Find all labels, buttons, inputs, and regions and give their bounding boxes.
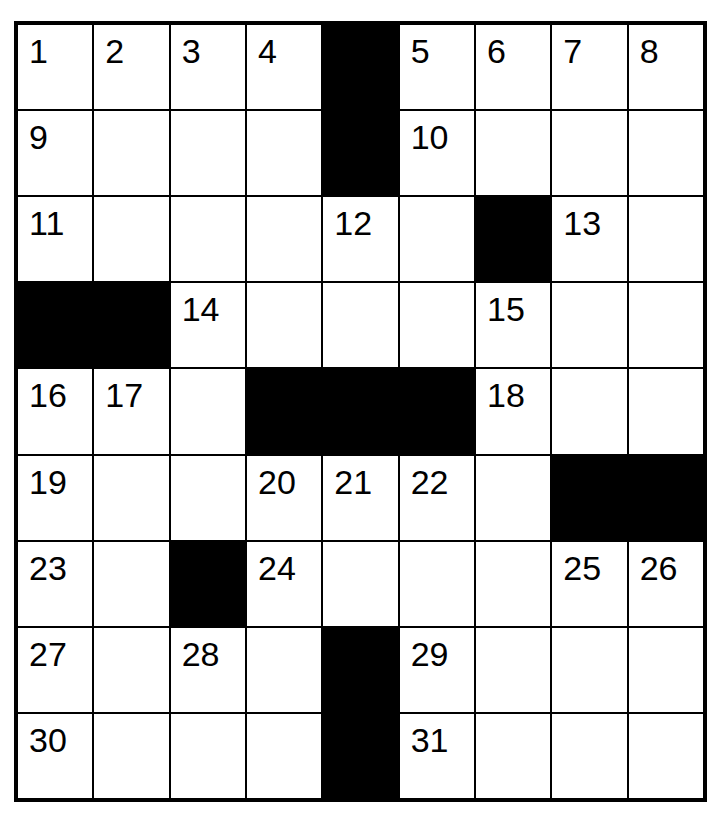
cell-r7c6[interactable] (399, 541, 475, 627)
cell-r4c9[interactable] (628, 282, 704, 368)
cell-r6c2[interactable] (93, 455, 169, 541)
cell-r8c6[interactable]: 29 (399, 627, 475, 713)
cell-r7c7[interactable] (475, 541, 551, 627)
clue-number-14: 14 (182, 292, 220, 326)
clue-number-6: 6 (487, 34, 506, 68)
cell-r9c6[interactable]: 31 (399, 713, 475, 799)
cell-r3c9[interactable] (628, 196, 704, 282)
cell-r2c3[interactable] (170, 110, 246, 196)
cell-r5c3[interactable] (170, 368, 246, 454)
cell-r3c3[interactable] (170, 196, 246, 282)
clue-number-15: 15 (487, 292, 525, 326)
black-cell-r6c8 (551, 455, 627, 541)
black-cell-r5c5 (322, 368, 398, 454)
cell-r9c3[interactable] (170, 713, 246, 799)
cell-r5c8[interactable] (551, 368, 627, 454)
clue-number-23: 23 (29, 551, 67, 585)
cell-r4c5[interactable] (322, 282, 398, 368)
black-cell-r4c2 (93, 282, 169, 368)
cell-r5c7[interactable]: 18 (475, 368, 551, 454)
cell-r7c8[interactable]: 25 (551, 541, 627, 627)
cell-r2c9[interactable] (628, 110, 704, 196)
cell-r9c1[interactable]: 30 (17, 713, 93, 799)
cell-r7c4[interactable]: 24 (246, 541, 322, 627)
black-cell-r6c9 (628, 455, 704, 541)
clue-number-4: 4 (258, 34, 277, 68)
clue-number-26: 26 (640, 551, 678, 585)
cell-r3c4[interactable] (246, 196, 322, 282)
cell-r2c1[interactable]: 9 (17, 110, 93, 196)
clue-number-5: 5 (411, 34, 430, 68)
clue-number-19: 19 (29, 465, 67, 499)
cell-r2c4[interactable] (246, 110, 322, 196)
cell-r3c8[interactable]: 13 (551, 196, 627, 282)
cell-r8c9[interactable] (628, 627, 704, 713)
cell-r2c2[interactable] (93, 110, 169, 196)
cell-r7c1[interactable]: 23 (17, 541, 93, 627)
clue-number-3: 3 (182, 34, 201, 68)
clue-number-30: 30 (29, 723, 67, 757)
clue-number-8: 8 (640, 34, 659, 68)
cell-r3c2[interactable] (93, 196, 169, 282)
clue-number-11: 11 (29, 206, 64, 240)
cell-r6c1[interactable]: 19 (17, 455, 93, 541)
clue-number-9: 9 (29, 120, 48, 154)
clue-number-16: 16 (29, 378, 67, 412)
cell-r9c7[interactable] (475, 713, 551, 799)
black-cell-r2c5 (322, 110, 398, 196)
cell-r4c3[interactable]: 14 (170, 282, 246, 368)
clue-number-1: 1 (29, 34, 48, 68)
cell-r5c2[interactable]: 17 (93, 368, 169, 454)
cell-r9c2[interactable] (93, 713, 169, 799)
clue-number-28: 28 (182, 637, 220, 671)
black-cell-r9c5 (322, 713, 398, 799)
crossword-grid: 1234567891011121314151617181920212223242… (14, 21, 707, 802)
cell-r7c9[interactable]: 26 (628, 541, 704, 627)
cell-r2c7[interactable] (475, 110, 551, 196)
cell-r9c4[interactable] (246, 713, 322, 799)
clue-number-21: 21 (334, 465, 372, 499)
cell-r1c6[interactable]: 5 (399, 24, 475, 110)
cell-r1c8[interactable]: 7 (551, 24, 627, 110)
cell-r4c7[interactable]: 15 (475, 282, 551, 368)
clue-number-20: 20 (258, 465, 296, 499)
black-cell-r3c7 (475, 196, 551, 282)
cell-r6c5[interactable]: 21 (322, 455, 398, 541)
cell-r3c6[interactable] (399, 196, 475, 282)
clue-number-24: 24 (258, 551, 296, 585)
cell-r3c5[interactable]: 12 (322, 196, 398, 282)
black-cell-r1c5 (322, 24, 398, 110)
cell-r5c9[interactable] (628, 368, 704, 454)
black-cell-r5c4 (246, 368, 322, 454)
cell-r7c2[interactable] (93, 541, 169, 627)
cell-r1c2[interactable]: 2 (93, 24, 169, 110)
clue-number-22: 22 (411, 465, 449, 499)
cell-r1c7[interactable]: 6 (475, 24, 551, 110)
cell-r2c6[interactable]: 10 (399, 110, 475, 196)
cell-r6c3[interactable] (170, 455, 246, 541)
cell-r4c4[interactable] (246, 282, 322, 368)
clue-number-10: 10 (411, 120, 449, 154)
clue-number-18: 18 (487, 378, 525, 412)
cell-r8c7[interactable] (475, 627, 551, 713)
cell-r1c9[interactable]: 8 (628, 24, 704, 110)
cell-r8c3[interactable]: 28 (170, 627, 246, 713)
clue-number-29: 29 (411, 637, 449, 671)
clue-number-7: 7 (563, 34, 582, 68)
black-cell-r7c3 (170, 541, 246, 627)
cell-r6c7[interactable] (475, 455, 551, 541)
cell-r4c6[interactable] (399, 282, 475, 368)
cell-r6c4[interactable]: 20 (246, 455, 322, 541)
clue-number-17: 17 (105, 378, 143, 412)
cell-r8c2[interactable] (93, 627, 169, 713)
cell-r7c5[interactable] (322, 541, 398, 627)
clue-number-27: 27 (29, 637, 67, 671)
black-cell-r8c5 (322, 627, 398, 713)
cell-r6c6[interactable]: 22 (399, 455, 475, 541)
black-cell-r4c1 (17, 282, 93, 368)
cell-r4c8[interactable] (551, 282, 627, 368)
cell-r1c4[interactable]: 4 (246, 24, 322, 110)
cell-r8c1[interactable]: 27 (17, 627, 93, 713)
cell-r8c8[interactable] (551, 627, 627, 713)
clue-number-25: 25 (563, 551, 601, 585)
clue-number-2: 2 (105, 34, 124, 68)
clue-number-13: 13 (563, 206, 601, 240)
cell-r9c9[interactable] (628, 713, 704, 799)
black-cell-r5c6 (399, 368, 475, 454)
cell-r9c8[interactable] (551, 713, 627, 799)
crossword-board-wrap: 1234567891011121314151617181920212223242… (14, 21, 707, 802)
cell-r3c1[interactable]: 11 (17, 196, 93, 282)
cell-r1c1[interactable]: 1 (17, 24, 93, 110)
cell-r1c3[interactable]: 3 (170, 24, 246, 110)
clue-number-31: 31 (411, 723, 449, 757)
clue-number-12: 12 (334, 206, 372, 240)
cell-r2c8[interactable] (551, 110, 627, 196)
cell-r5c1[interactable]: 16 (17, 368, 93, 454)
cell-r8c4[interactable] (246, 627, 322, 713)
